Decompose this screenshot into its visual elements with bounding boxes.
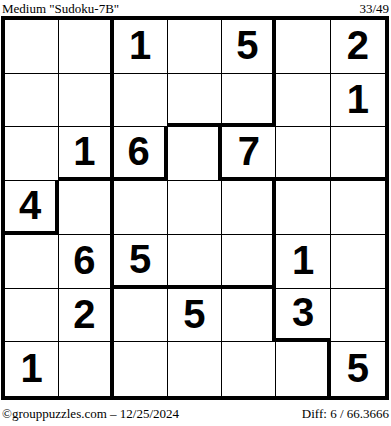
cell-r5c1[interactable]: [5, 235, 59, 289]
cell-r1c4[interactable]: [168, 20, 222, 74]
board: 1521167465125315: [1, 16, 389, 400]
cell-r4c6[interactable]: [276, 181, 330, 235]
cell-r6c2[interactable]: 2: [59, 289, 113, 343]
cell-r6c1[interactable]: [5, 289, 59, 343]
cell-r2c3[interactable]: [114, 74, 168, 128]
cell-r4c4[interactable]: [168, 181, 222, 235]
cell-r3c4[interactable]: [168, 127, 222, 181]
cell-r6c4[interactable]: 5: [168, 289, 222, 343]
cell-r3c7[interactable]: [331, 127, 385, 181]
cell-r3c6[interactable]: [276, 127, 330, 181]
cell-r2c7[interactable]: 1: [331, 74, 385, 128]
cell-r7c7[interactable]: 5: [331, 342, 385, 396]
cell-r5c6[interactable]: 1: [276, 235, 330, 289]
cell-r3c5[interactable]: 7: [222, 127, 276, 181]
footer-copyright: ©grouppuzzles.com – 12/25/2024: [2, 406, 179, 422]
cell-r1c2[interactable]: [59, 20, 113, 74]
cell-r2c6[interactable]: [276, 74, 330, 128]
cell-r4c1[interactable]: 4: [5, 181, 59, 235]
cell-r6c7[interactable]: [331, 289, 385, 343]
puzzle-counter: 33/49: [359, 1, 389, 17]
puzzle-title: Medium "Sudoku-7B": [2, 1, 119, 17]
cell-r7c2[interactable]: [59, 342, 113, 396]
cell-r3c3[interactable]: 6: [114, 127, 168, 181]
cell-r1c7[interactable]: 2: [331, 20, 385, 74]
cell-r5c5[interactable]: [222, 235, 276, 289]
cell-r3c2[interactable]: 1: [59, 127, 113, 181]
cell-r7c1[interactable]: 1: [5, 342, 59, 396]
cell-r4c2[interactable]: [59, 181, 113, 235]
cell-r6c6[interactable]: 3: [276, 289, 330, 343]
cell-r5c2[interactable]: 6: [59, 235, 113, 289]
cell-r1c1[interactable]: [5, 20, 59, 74]
cell-r6c3[interactable]: [114, 289, 168, 343]
cell-r7c6[interactable]: [276, 342, 330, 396]
cell-r5c3[interactable]: 5: [114, 235, 168, 289]
cell-r5c7[interactable]: [331, 235, 385, 289]
cell-r2c5[interactable]: [222, 74, 276, 128]
cell-r1c5[interactable]: 5: [222, 20, 276, 74]
cell-r3c1[interactable]: [5, 127, 59, 181]
cell-r7c4[interactable]: [168, 342, 222, 396]
cell-r7c5[interactable]: [222, 342, 276, 396]
cell-r4c3[interactable]: [114, 181, 168, 235]
cell-r5c4[interactable]: [168, 235, 222, 289]
cell-r4c7[interactable]: [331, 181, 385, 235]
cell-r2c4[interactable]: [168, 74, 222, 128]
cell-r2c1[interactable]: [5, 74, 59, 128]
cell-r4c5[interactable]: [222, 181, 276, 235]
footer-difficulty: Diff: 6 / 66.3666: [302, 406, 389, 422]
cell-r2c2[interactable]: [59, 74, 113, 128]
cell-r6c5[interactable]: [222, 289, 276, 343]
cell-r1c3[interactable]: 1: [114, 20, 168, 74]
cell-r7c3[interactable]: [114, 342, 168, 396]
cell-r1c6[interactable]: [276, 20, 330, 74]
